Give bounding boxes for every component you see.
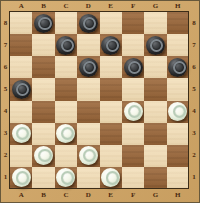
board-corner-bottom-right	[189, 189, 199, 202]
square-a7[interactable]	[10, 34, 32, 56]
rank-label-left-2: 2	[1, 145, 10, 167]
rank-label-right-7: 7	[189, 34, 199, 56]
file-label-top-a: A	[10, 1, 32, 12]
square-d4[interactable]	[77, 101, 99, 123]
square-e5[interactable]	[100, 78, 122, 100]
square-d8[interactable]	[77, 12, 99, 34]
square-d2[interactable]	[77, 145, 99, 167]
square-f3	[122, 123, 144, 145]
file-label-bottom-f: F	[122, 189, 144, 202]
square-a3[interactable]	[10, 123, 32, 145]
black-man-b8[interactable]	[34, 14, 53, 33]
board-corner-top-left	[1, 1, 10, 12]
rank-label-left-1: 1	[1, 167, 10, 189]
rank-label-left-5: 5	[1, 78, 10, 100]
square-b7	[32, 34, 54, 56]
square-h8[interactable]	[167, 12, 189, 34]
square-a6	[10, 56, 32, 78]
square-g7[interactable]	[144, 34, 166, 56]
square-a8	[10, 12, 32, 34]
square-f2[interactable]	[122, 145, 144, 167]
file-label-bottom-a: A	[10, 189, 32, 202]
white-man-h4[interactable]	[168, 102, 187, 121]
file-label-top-c: C	[55, 1, 77, 12]
square-e1[interactable]	[100, 167, 122, 189]
square-c3[interactable]	[55, 123, 77, 145]
file-label-bottom-c: C	[55, 189, 77, 202]
square-f5	[122, 78, 144, 100]
white-man-a1[interactable]	[12, 168, 31, 187]
black-man-a5[interactable]	[12, 80, 31, 99]
square-c1[interactable]	[55, 167, 77, 189]
square-e7[interactable]	[100, 34, 122, 56]
square-a5[interactable]	[10, 78, 32, 100]
file-label-top-b: B	[32, 1, 54, 12]
square-f8[interactable]	[122, 12, 144, 34]
rank-label-right-2: 2	[189, 145, 199, 167]
square-b6[interactable]	[32, 56, 54, 78]
square-g4	[144, 101, 166, 123]
square-h6[interactable]	[167, 56, 189, 78]
rank-label-left-4: 4	[1, 101, 10, 123]
square-d3	[77, 123, 99, 145]
square-f4[interactable]	[122, 101, 144, 123]
square-b8[interactable]	[32, 12, 54, 34]
square-g5[interactable]	[144, 78, 166, 100]
square-c5[interactable]	[55, 78, 77, 100]
square-b4[interactable]	[32, 101, 54, 123]
black-man-d8[interactable]	[79, 14, 98, 33]
square-b3	[32, 123, 54, 145]
rank-label-right-6: 6	[189, 56, 199, 78]
square-g3[interactable]	[144, 123, 166, 145]
white-man-d2[interactable]	[79, 146, 98, 165]
file-label-top-e: E	[100, 1, 122, 12]
file-label-bottom-e: E	[100, 189, 122, 202]
black-man-d6[interactable]	[79, 58, 98, 77]
board-corner-top-right	[189, 1, 199, 12]
square-c2	[55, 145, 77, 167]
square-h7	[167, 34, 189, 56]
file-label-top-f: F	[122, 1, 144, 12]
square-g6	[144, 56, 166, 78]
square-d5	[77, 78, 99, 100]
square-d1	[77, 167, 99, 189]
white-man-f4[interactable]	[124, 102, 143, 121]
square-a4	[10, 101, 32, 123]
rank-label-right-8: 8	[189, 12, 199, 34]
checkers-board: ABCDEFGH8877665544332211ABCDEFGH	[0, 0, 200, 203]
file-label-top-h: H	[167, 1, 189, 12]
square-f7	[122, 34, 144, 56]
rank-label-right-1: 1	[189, 167, 199, 189]
file-label-bottom-b: B	[32, 189, 54, 202]
rank-label-left-7: 7	[1, 34, 10, 56]
rank-label-left-8: 8	[1, 12, 10, 34]
square-e8	[100, 12, 122, 34]
square-b2[interactable]	[32, 145, 54, 167]
square-g1[interactable]	[144, 167, 166, 189]
square-e3[interactable]	[100, 123, 122, 145]
black-man-g7[interactable]	[146, 36, 165, 55]
white-man-e1[interactable]	[101, 168, 120, 187]
square-e4	[100, 101, 122, 123]
square-h2[interactable]	[167, 145, 189, 167]
file-label-top-d: D	[77, 1, 99, 12]
square-c4	[55, 101, 77, 123]
square-c8	[55, 12, 77, 34]
rank-label-right-5: 5	[189, 78, 199, 100]
file-label-bottom-g: G	[144, 189, 166, 202]
square-a1[interactable]	[10, 167, 32, 189]
square-g2	[144, 145, 166, 167]
black-man-c7[interactable]	[56, 36, 75, 55]
square-d6[interactable]	[77, 56, 99, 78]
square-c6	[55, 56, 77, 78]
white-man-a3[interactable]	[12, 124, 31, 143]
file-label-bottom-h: H	[167, 189, 189, 202]
square-e2	[100, 145, 122, 167]
file-label-top-g: G	[144, 1, 166, 12]
black-man-h6[interactable]	[168, 58, 187, 77]
square-a2	[10, 145, 32, 167]
rank-label-left-6: 6	[1, 56, 10, 78]
square-b5	[32, 78, 54, 100]
white-man-c3[interactable]	[56, 124, 75, 143]
square-c7[interactable]	[55, 34, 77, 56]
white-man-c1[interactable]	[56, 168, 75, 187]
square-d7	[77, 34, 99, 56]
rank-label-right-4: 4	[189, 101, 199, 123]
square-h4[interactable]	[167, 101, 189, 123]
square-f6[interactable]	[122, 56, 144, 78]
black-man-f6[interactable]	[124, 58, 143, 77]
board-grid: ABCDEFGH8877665544332211ABCDEFGH	[1, 1, 199, 202]
square-g8	[144, 12, 166, 34]
board-corner-bottom-left	[1, 189, 10, 202]
file-label-bottom-d: D	[77, 189, 99, 202]
square-h5	[167, 78, 189, 100]
square-e6	[100, 56, 122, 78]
rank-label-right-3: 3	[189, 123, 199, 145]
square-h1	[167, 167, 189, 189]
square-f1	[122, 167, 144, 189]
square-h3	[167, 123, 189, 145]
square-b1	[32, 167, 54, 189]
black-man-e7[interactable]	[101, 36, 120, 55]
white-man-b2[interactable]	[34, 146, 53, 165]
rank-label-left-3: 3	[1, 123, 10, 145]
